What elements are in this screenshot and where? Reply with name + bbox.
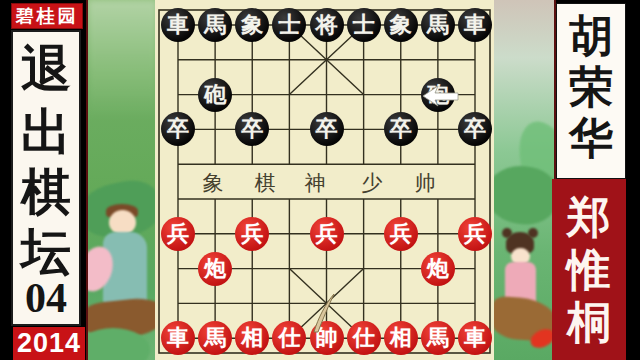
year-banner: 2014 bbox=[13, 327, 85, 360]
xiangqi-piece-red[interactable]: 馬 bbox=[421, 321, 455, 355]
xiangqi-piece-red[interactable]: 仕 bbox=[347, 321, 381, 355]
player-bottom-banner: 郑 惟 桐 bbox=[552, 179, 626, 360]
xiangqi-piece-black[interactable]: 将 bbox=[310, 8, 344, 42]
series-title-char: 棋 bbox=[21, 159, 71, 226]
sponsor-banner-label: 碧桂园 bbox=[16, 4, 79, 28]
xiangqi-piece-black[interactable]: 士 bbox=[347, 8, 381, 42]
xiangqi-piece-black[interactable]: 馬 bbox=[198, 8, 232, 42]
sponsor-banner: 碧桂园 bbox=[11, 3, 83, 29]
player-bottom-char: 惟 bbox=[567, 241, 611, 300]
xiangqi-piece-red[interactable]: 相 bbox=[384, 321, 418, 355]
xiangqi-piece-black[interactable]: 卒 bbox=[310, 112, 344, 146]
river-text-char: 帅 bbox=[415, 169, 436, 197]
feather-cursor-icon bbox=[307, 292, 339, 334]
left-background-scene bbox=[86, 0, 157, 360]
xiangqi-piece-red[interactable]: 車 bbox=[161, 321, 195, 355]
series-title-char: 出 bbox=[21, 99, 71, 166]
white-cursor-icon bbox=[421, 84, 461, 108]
xiangqi-piece-red[interactable]: 炮 bbox=[421, 252, 455, 286]
xiangqi-piece-black[interactable]: 象 bbox=[384, 8, 418, 42]
xiangqi-piece-red[interactable]: 兵 bbox=[384, 217, 418, 251]
player-bottom-char: 郑 bbox=[567, 188, 611, 247]
player-top-banner: 胡 荣 华 bbox=[556, 3, 626, 179]
xiangqi-piece-red[interactable]: 兵 bbox=[310, 217, 344, 251]
xiangqi-piece-red[interactable]: 兵 bbox=[235, 217, 269, 251]
xiangqi-piece-red[interactable]: 炮 bbox=[198, 252, 232, 286]
year-label: 2014 bbox=[17, 328, 81, 359]
river-text-char: 神 bbox=[305, 169, 326, 197]
episode-number: 04 bbox=[25, 274, 67, 322]
series-title-char: 退 bbox=[21, 36, 71, 103]
video-frame: 象 棋 神 少 帅 車馬象士将士象馬車砲砲卒卒卒卒卒兵兵兵兵兵炮炮車馬相仕帥仕相… bbox=[0, 0, 640, 360]
xiangqi-piece-red[interactable]: 兵 bbox=[458, 217, 492, 251]
xiangqi-board[interactable]: 象 棋 神 少 帅 車馬象士将士象馬車砲砲卒卒卒卒卒兵兵兵兵兵炮炮車馬相仕帥仕相… bbox=[155, 0, 494, 360]
xiangqi-piece-black[interactable]: 砲 bbox=[198, 78, 232, 112]
xiangqi-piece-black[interactable]: 車 bbox=[161, 8, 195, 42]
series-title-banner: 退 出 棋 坛 04 bbox=[11, 30, 81, 326]
player-top-char: 华 bbox=[569, 109, 613, 168]
river-text-char: 少 bbox=[362, 169, 383, 197]
xiangqi-piece-red[interactable]: 車 bbox=[458, 321, 492, 355]
river-text-char: 棋 bbox=[255, 169, 276, 197]
xiangqi-piece-black[interactable]: 卒 bbox=[384, 112, 418, 146]
haze-blob bbox=[88, 0, 157, 120]
xiangqi-piece-black[interactable]: 象 bbox=[235, 8, 269, 42]
xiangqi-piece-red[interactable]: 兵 bbox=[161, 217, 195, 251]
right-background-scene bbox=[494, 0, 556, 360]
player-bottom-char: 桐 bbox=[567, 293, 611, 352]
river-text-char: 象 bbox=[203, 169, 224, 197]
xiangqi-piece-black[interactable]: 馬 bbox=[421, 8, 455, 42]
xiangqi-piece-black[interactable]: 車 bbox=[458, 8, 492, 42]
